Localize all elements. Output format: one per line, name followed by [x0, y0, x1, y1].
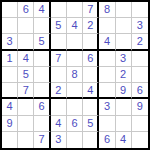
sudoku-cell-r2c6[interactable]: 2 — [83, 18, 99, 34]
given-digit: 6 — [87, 53, 93, 64]
sudoku-cell-r5c2[interactable]: 5 — [18, 67, 34, 83]
sudoku-cell-r7c5[interactable] — [67, 99, 83, 115]
sudoku-cell-r3c9[interactable]: 2 — [132, 34, 148, 50]
sudoku-cell-r9c6[interactable] — [83, 132, 99, 148]
given-digit: 6 — [137, 85, 143, 96]
sudoku-cell-r5c5[interactable]: 8 — [67, 67, 83, 83]
sudoku-cell-r2c4[interactable]: 5 — [51, 18, 67, 34]
given-digit: 3 — [120, 53, 126, 64]
given-digit: 8 — [104, 4, 110, 15]
given-digit: 5 — [23, 69, 29, 80]
sudoku-cell-r5c8[interactable]: 2 — [116, 67, 132, 83]
sudoku-cell-r5c6[interactable] — [83, 67, 99, 83]
sudoku-cell-r1c4[interactable] — [51, 2, 67, 18]
sudoku-cell-r1c6[interactable]: 7 — [83, 2, 99, 18]
sudoku-cell-r2c5[interactable]: 4 — [67, 18, 83, 34]
given-digit: 5 — [55, 20, 61, 31]
sudoku-cell-r9c9[interactable] — [132, 132, 148, 148]
given-digit: 2 — [87, 20, 93, 31]
given-digit: 8 — [71, 69, 77, 80]
sudoku-cell-r9c4[interactable]: 3 — [51, 132, 67, 148]
given-digit: 1 — [7, 53, 13, 64]
sudoku-cell-r7c4[interactable] — [51, 99, 67, 115]
given-digit: 9 — [7, 118, 13, 129]
given-digit: 6 — [104, 134, 110, 145]
sudoku-cell-r4c3[interactable] — [34, 51, 50, 67]
given-digit: 4 — [71, 20, 77, 31]
sudoku-cell-r1c7[interactable]: 8 — [99, 2, 115, 18]
sudoku-board: 6478542335421476358272496463994657364 — [0, 0, 150, 150]
sudoku-cell-r4c6[interactable]: 6 — [83, 51, 99, 67]
given-digit: 4 — [104, 36, 110, 47]
given-digit: 7 — [55, 53, 61, 64]
sudoku-cell-r7c9[interactable]: 9 — [132, 99, 148, 115]
sudoku-cell-r8c3[interactable] — [34, 116, 50, 132]
sudoku-cell-r3c8[interactable] — [116, 34, 132, 50]
given-digit: 6 — [23, 4, 29, 15]
given-digit: 2 — [137, 36, 143, 47]
sudoku-cell-r6c6[interactable]: 4 — [83, 83, 99, 99]
sudoku-cell-r6c1[interactable] — [2, 83, 18, 99]
sudoku-cell-r6c8[interactable]: 9 — [116, 83, 132, 99]
sudoku-cell-r4c9[interactable] — [132, 51, 148, 67]
sudoku-cell-r4c7[interactable] — [99, 51, 115, 67]
sudoku-cell-r7c6[interactable] — [83, 99, 99, 115]
sudoku-cell-r8c1[interactable]: 9 — [2, 116, 18, 132]
given-digit: 2 — [55, 85, 61, 96]
sudoku-cell-r9c5[interactable] — [67, 132, 83, 148]
sudoku-cell-r8c4[interactable]: 4 — [51, 116, 67, 132]
sudoku-cell-r7c2[interactable] — [18, 99, 34, 115]
sudoku-cell-r3c2[interactable] — [18, 34, 34, 50]
sudoku-cell-r2c7[interactable] — [99, 18, 115, 34]
given-digit: 4 — [120, 134, 126, 145]
sudoku-cell-r6c7[interactable] — [99, 83, 115, 99]
sudoku-cell-r2c2[interactable] — [18, 18, 34, 34]
sudoku-cell-r2c9[interactable]: 3 — [132, 18, 148, 34]
sudoku-cell-r6c3[interactable] — [34, 83, 50, 99]
given-digit: 4 — [87, 85, 93, 96]
given-digit: 4 — [38, 4, 44, 15]
sudoku-cell-r8c9[interactable] — [132, 116, 148, 132]
given-digit: 7 — [87, 4, 93, 15]
sudoku-cell-r1c8[interactable] — [116, 2, 132, 18]
sudoku-cell-r8c8[interactable] — [116, 116, 132, 132]
sudoku-cell-r5c3[interactable] — [34, 67, 50, 83]
sudoku-cell-r8c2[interactable] — [18, 116, 34, 132]
sudoku-cell-r2c3[interactable] — [34, 18, 50, 34]
sudoku-cell-r3c7[interactable]: 4 — [99, 34, 115, 50]
sudoku-cell-r3c6[interactable] — [83, 34, 99, 50]
given-digit: 9 — [120, 85, 126, 96]
sudoku-cell-r7c1[interactable]: 4 — [2, 99, 18, 115]
sudoku-cell-r9c2[interactable] — [18, 132, 34, 148]
given-digit: 6 — [38, 101, 44, 112]
sudoku-cell-r9c3[interactable]: 7 — [34, 132, 50, 148]
sudoku-cell-r3c4[interactable] — [51, 34, 67, 50]
given-digit: 5 — [87, 118, 93, 129]
given-digit: 4 — [23, 53, 29, 64]
given-digit: 3 — [104, 101, 110, 112]
sudoku-cell-r4c4[interactable]: 7 — [51, 51, 67, 67]
sudoku-cell-r6c4[interactable]: 2 — [51, 83, 67, 99]
sudoku-cell-r1c3[interactable]: 4 — [34, 2, 50, 18]
given-digit: 4 — [7, 101, 13, 112]
sudoku-cell-r3c1[interactable]: 3 — [2, 34, 18, 50]
sudoku-cell-r5c4[interactable] — [51, 67, 67, 83]
given-digit: 3 — [7, 36, 13, 47]
sudoku-cell-r7c3[interactable]: 6 — [34, 99, 50, 115]
sudoku-cell-r6c9[interactable]: 6 — [132, 83, 148, 99]
sudoku-cell-r5c7[interactable] — [99, 67, 115, 83]
sudoku-cell-r6c5[interactable] — [67, 83, 83, 99]
sudoku-cell-r7c7[interactable]: 3 — [99, 99, 115, 115]
given-digit: 3 — [55, 134, 61, 145]
given-digit: 6 — [71, 118, 77, 129]
sudoku-cell-r4c8[interactable]: 3 — [116, 51, 132, 67]
sudoku-cell-r4c2[interactable]: 4 — [18, 51, 34, 67]
sudoku-cell-r1c2[interactable]: 6 — [18, 2, 34, 18]
given-digit: 9 — [137, 101, 143, 112]
sudoku-cell-r5c9[interactable] — [132, 67, 148, 83]
given-digit: 4 — [55, 118, 61, 129]
sudoku-cell-r3c5[interactable] — [67, 34, 83, 50]
sudoku-cell-r3c3[interactable]: 5 — [34, 34, 50, 50]
sudoku-cell-r7c8[interactable] — [116, 99, 132, 115]
sudoku-cell-r9c1[interactable] — [2, 132, 18, 148]
sudoku-cell-r8c6[interactable]: 5 — [83, 116, 99, 132]
given-digit: 2 — [120, 69, 126, 80]
sudoku-cell-r4c5[interactable] — [67, 51, 83, 67]
sudoku-cell-r1c1[interactable] — [2, 2, 18, 18]
sudoku-cell-r5c1[interactable] — [2, 67, 18, 83]
sudoku-cell-r4c1[interactable]: 1 — [2, 51, 18, 67]
sudoku-cell-r8c7[interactable] — [99, 116, 115, 132]
sudoku-cell-r2c8[interactable] — [116, 18, 132, 34]
sudoku-cell-r9c8[interactable]: 4 — [116, 132, 132, 148]
given-digit: 7 — [38, 134, 44, 145]
sudoku-cell-r8c5[interactable]: 6 — [67, 116, 83, 132]
given-digit: 5 — [38, 36, 44, 47]
sudoku-cell-r2c1[interactable] — [2, 18, 18, 34]
given-digit: 7 — [23, 85, 29, 96]
sudoku-cell-r9c7[interactable]: 6 — [99, 132, 115, 148]
sudoku-cell-r6c2[interactable]: 7 — [18, 83, 34, 99]
sudoku-cell-r1c9[interactable] — [132, 2, 148, 18]
given-digit: 3 — [137, 20, 143, 31]
sudoku-cell-r1c5[interactable] — [67, 2, 83, 18]
